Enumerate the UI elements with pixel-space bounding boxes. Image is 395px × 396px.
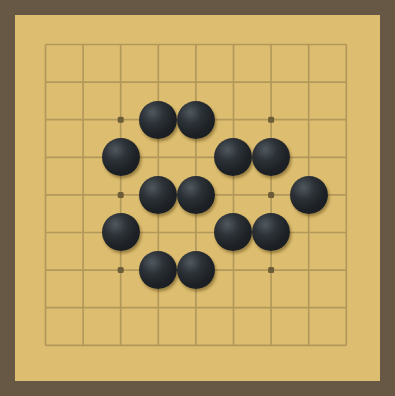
black-stone-glyph: ● <box>142 251 175 289</box>
black-stone-glyph: ● <box>217 138 250 176</box>
black-stone[interactable]: ● <box>102 213 140 251</box>
black-stone[interactable]: ● <box>102 138 140 176</box>
black-stone-glyph: ● <box>142 176 175 214</box>
black-stone[interactable]: ● <box>252 213 290 251</box>
black-stone-glyph: ● <box>179 176 212 214</box>
black-stone[interactable]: ● <box>177 176 215 214</box>
black-stone[interactable]: ● <box>252 138 290 176</box>
black-stone-glyph: ● <box>217 213 250 251</box>
black-stone-glyph: ● <box>292 176 325 214</box>
black-stone-glyph: ● <box>104 213 137 251</box>
stones-layer: ●●●●●●●●●●●●● <box>27 26 365 364</box>
black-stone-glyph: ● <box>142 101 175 139</box>
black-stone-glyph: ● <box>179 251 212 289</box>
black-stone[interactable]: ● <box>139 251 177 289</box>
page: { "game": "go", "board_size": 9, "positi… <box>0 0 395 396</box>
black-stone-glyph: ● <box>254 138 287 176</box>
black-stone-glyph: ● <box>104 138 137 176</box>
black-stone[interactable]: ● <box>290 176 328 214</box>
black-stone[interactable]: ● <box>139 176 177 214</box>
black-stone[interactable]: ● <box>139 101 177 139</box>
black-stone[interactable]: ● <box>214 138 252 176</box>
black-stone[interactable]: ● <box>177 251 215 289</box>
black-stone-glyph: ● <box>254 213 287 251</box>
black-stone[interactable]: ● <box>214 213 252 251</box>
goban[interactable]: ●●●●●●●●●●●●● <box>15 15 380 381</box>
black-stone[interactable]: ● <box>177 101 215 139</box>
black-stone-glyph: ● <box>179 101 212 139</box>
